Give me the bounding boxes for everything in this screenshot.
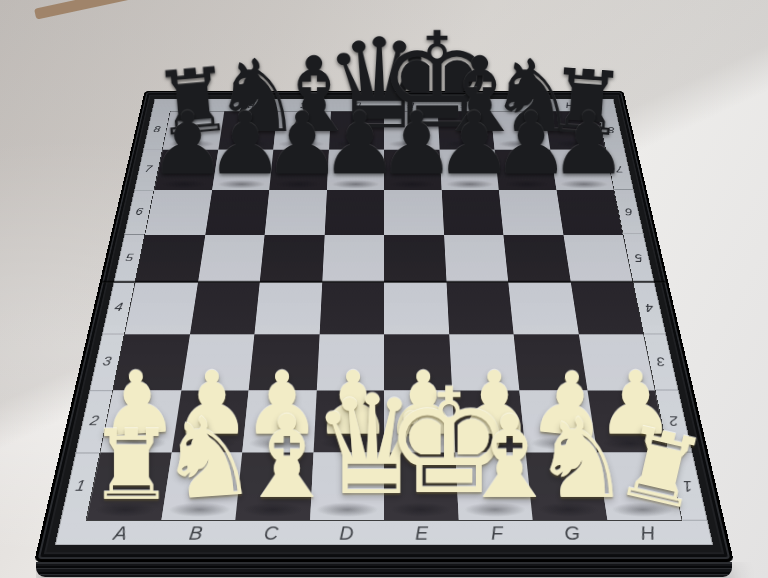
square-b1: ♞ bbox=[161, 452, 242, 520]
square-d7: ♟ bbox=[327, 150, 384, 191]
file-label-e-bottom: E bbox=[384, 521, 460, 546]
file-label-b-bottom: B bbox=[156, 521, 234, 546]
square-c5 bbox=[260, 235, 325, 283]
white-king-e1: ♚ bbox=[384, 369, 458, 514]
file-label-c-bottom: C bbox=[232, 521, 309, 546]
square-a5 bbox=[135, 235, 204, 283]
square-a6 bbox=[145, 190, 211, 234]
square-h5 bbox=[563, 235, 632, 283]
square-f6 bbox=[441, 190, 503, 234]
square-c7: ♟ bbox=[269, 150, 329, 191]
square-f4 bbox=[446, 282, 513, 334]
square-e5 bbox=[384, 235, 446, 283]
square-g6 bbox=[499, 190, 563, 234]
square-h6 bbox=[556, 190, 622, 234]
file-label-g-top: G bbox=[490, 99, 545, 111]
square-h4 bbox=[570, 282, 643, 334]
square-f7: ♟ bbox=[439, 150, 499, 191]
perspective-wrapper: ABCDEFGH ABCDEFGH 87654321 87654321 ♜♞♝♛… bbox=[0, 0, 768, 578]
file-label-g-bottom: G bbox=[533, 521, 611, 546]
squares-grid: ♜♞♝♛♚♝♞♜♟♟♟♟♟♟♟♟♟♟♟♟♟♟♟♟♜♞♝♛♚♝♞♜ bbox=[85, 111, 682, 521]
square-e7: ♟ bbox=[384, 150, 441, 191]
square-e6 bbox=[384, 190, 444, 234]
file-label-a-top: A bbox=[170, 99, 225, 111]
square-e4 bbox=[384, 282, 449, 334]
file-label-f-top: F bbox=[437, 99, 491, 111]
photo-scene: ABCDEFGH ABCDEFGH 87654321 87654321 ♜♞♝♛… bbox=[0, 0, 768, 578]
square-c6 bbox=[265, 190, 327, 234]
white-bishop-c1: ♝ bbox=[236, 400, 310, 514]
file-label-h-bottom: H bbox=[608, 521, 688, 546]
square-e1: ♚ bbox=[384, 452, 458, 520]
file-label-e-top: E bbox=[384, 99, 438, 111]
square-b6 bbox=[205, 190, 269, 234]
file-label-d-bottom: D bbox=[308, 521, 384, 546]
square-h7: ♟ bbox=[550, 150, 614, 191]
square-g1: ♞ bbox=[526, 452, 607, 520]
file-label-b-top: B bbox=[223, 99, 278, 111]
white-rook-a1: ♜ bbox=[88, 418, 162, 515]
white-knight-b1: ♞ bbox=[154, 402, 236, 517]
square-g4 bbox=[508, 282, 578, 334]
fold-hinge bbox=[102, 281, 666, 284]
board-margin: ABCDEFGH ABCDEFGH 87654321 87654321 ♜♞♝♛… bbox=[55, 99, 714, 546]
file-label-a-bottom: A bbox=[80, 521, 160, 546]
square-b5 bbox=[198, 235, 265, 283]
square-g5 bbox=[503, 235, 570, 283]
file-label-f-bottom: F bbox=[459, 521, 536, 546]
square-d6 bbox=[324, 190, 384, 234]
square-f5 bbox=[444, 235, 509, 283]
white-knight-g1: ♞ bbox=[532, 404, 606, 514]
square-a4 bbox=[125, 282, 198, 334]
file-label-c-top: C bbox=[277, 99, 331, 111]
square-f1: ♝ bbox=[455, 452, 533, 520]
white-queen-d1: ♛ bbox=[310, 377, 384, 514]
square-b4 bbox=[190, 282, 260, 334]
file-label-h-top: H bbox=[543, 99, 598, 111]
chess-board: ABCDEFGH ABCDEFGH 87654321 87654321 ♜♞♝♛… bbox=[34, 91, 734, 562]
file-labels-top: ABCDEFGH bbox=[170, 99, 598, 111]
file-label-d-top: D bbox=[330, 99, 384, 111]
square-d4 bbox=[319, 282, 384, 334]
square-d5 bbox=[322, 235, 384, 283]
white-bishop-f1: ♝ bbox=[458, 400, 532, 514]
board-front-edge bbox=[36, 562, 732, 577]
square-g7: ♟ bbox=[495, 150, 557, 191]
square-c4 bbox=[254, 282, 321, 334]
square-d1: ♛ bbox=[310, 452, 384, 520]
square-c1: ♝ bbox=[235, 452, 313, 520]
file-labels-bottom: ABCDEFGH bbox=[80, 521, 687, 546]
